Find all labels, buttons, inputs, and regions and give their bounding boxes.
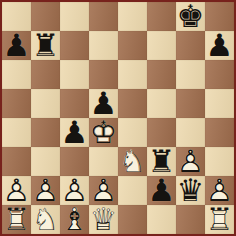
white-pawn-a2[interactable]: ♟♙ <box>2 176 31 205</box>
square-h1[interactable]: ♜♖ <box>205 205 234 234</box>
white-piece-fill-glyph: ♚ <box>89 118 118 147</box>
square-f6[interactable] <box>147 60 176 89</box>
square-h4[interactable] <box>205 118 234 147</box>
black-piece-glyph: ♟ <box>60 118 89 147</box>
black-pawn-a7[interactable]: ♟ <box>2 31 31 60</box>
square-a7[interactable]: ♟ <box>2 31 31 60</box>
square-e1[interactable] <box>118 205 147 234</box>
square-d6[interactable] <box>89 60 118 89</box>
white-piece-fill-glyph: ♞ <box>31 205 60 234</box>
white-pawn-c2[interactable]: ♟♙ <box>60 176 89 205</box>
white-piece-fill-glyph: ♜ <box>205 205 234 234</box>
white-piece-outline-glyph: ♗ <box>60 205 89 234</box>
square-a4[interactable] <box>2 118 31 147</box>
square-e7[interactable] <box>118 31 147 60</box>
square-h8[interactable] <box>205 2 234 31</box>
square-h2[interactable]: ♟♙ <box>205 176 234 205</box>
square-a2[interactable]: ♟♙ <box>2 176 31 205</box>
square-b5[interactable] <box>31 89 60 118</box>
white-piece-fill-glyph: ♟ <box>89 176 118 205</box>
white-pawn-h2[interactable]: ♟♙ <box>205 176 234 205</box>
square-g2[interactable]: ♛ <box>176 176 205 205</box>
square-d8[interactable] <box>89 2 118 31</box>
chess-board: ♚♟♜♟♟♟♚♔♞♘♜♟♙♟♙♟♙♟♙♟♙♟♛♟♙♜♖♞♘♝♗♛♕♜♖ <box>0 0 236 236</box>
square-g3[interactable]: ♟♙ <box>176 147 205 176</box>
square-f4[interactable] <box>147 118 176 147</box>
white-piece-outline-glyph: ♖ <box>205 205 234 234</box>
square-b4[interactable] <box>31 118 60 147</box>
square-e2[interactable] <box>118 176 147 205</box>
square-c6[interactable] <box>60 60 89 89</box>
white-piece-fill-glyph: ♟ <box>205 176 234 205</box>
black-pawn-h7[interactable]: ♟ <box>205 31 234 60</box>
square-b8[interactable] <box>31 2 60 31</box>
square-g5[interactable] <box>176 89 205 118</box>
square-b1[interactable]: ♞♘ <box>31 205 60 234</box>
white-piece-outline-glyph: ♙ <box>2 176 31 205</box>
white-knight-e3[interactable]: ♞♘ <box>118 147 147 176</box>
white-piece-outline-glyph: ♖ <box>2 205 31 234</box>
white-pawn-b2[interactable]: ♟♙ <box>31 176 60 205</box>
square-e5[interactable] <box>118 89 147 118</box>
square-e3[interactable]: ♞♘ <box>118 147 147 176</box>
square-f8[interactable] <box>147 2 176 31</box>
square-c8[interactable] <box>60 2 89 31</box>
square-h7[interactable]: ♟ <box>205 31 234 60</box>
white-piece-outline-glyph: ♙ <box>60 176 89 205</box>
white-bishop-c1[interactable]: ♝♗ <box>60 205 89 234</box>
white-pawn-g3[interactable]: ♟♙ <box>176 147 205 176</box>
square-c1[interactable]: ♝♗ <box>60 205 89 234</box>
black-rook-f3[interactable]: ♜ <box>147 147 176 176</box>
white-piece-fill-glyph: ♝ <box>60 205 89 234</box>
square-h5[interactable] <box>205 89 234 118</box>
square-c5[interactable] <box>60 89 89 118</box>
square-c7[interactable] <box>60 31 89 60</box>
white-pawn-d2[interactable]: ♟♙ <box>89 176 118 205</box>
black-piece-glyph: ♟ <box>2 31 31 60</box>
white-king-d4[interactable]: ♚♔ <box>89 118 118 147</box>
square-g4[interactable] <box>176 118 205 147</box>
black-piece-glyph: ♛ <box>176 176 205 205</box>
square-a5[interactable] <box>2 89 31 118</box>
square-d2[interactable]: ♟♙ <box>89 176 118 205</box>
square-c3[interactable] <box>60 147 89 176</box>
white-piece-fill-glyph: ♟ <box>176 147 205 176</box>
white-piece-fill-glyph: ♜ <box>2 205 31 234</box>
white-piece-outline-glyph: ♙ <box>31 176 60 205</box>
white-piece-outline-glyph: ♙ <box>176 147 205 176</box>
white-knight-b1[interactable]: ♞♘ <box>31 205 60 234</box>
square-g1[interactable] <box>176 205 205 234</box>
square-g6[interactable] <box>176 60 205 89</box>
black-queen-g2[interactable]: ♛ <box>176 176 205 205</box>
white-piece-outline-glyph: ♕ <box>89 205 118 234</box>
black-piece-glyph: ♚ <box>176 2 205 31</box>
square-c2[interactable]: ♟♙ <box>60 176 89 205</box>
square-b3[interactable] <box>31 147 60 176</box>
square-e4[interactable] <box>118 118 147 147</box>
square-e6[interactable] <box>118 60 147 89</box>
square-b2[interactable]: ♟♙ <box>31 176 60 205</box>
white-piece-outline-glyph: ♙ <box>89 176 118 205</box>
square-d5[interactable]: ♟ <box>89 89 118 118</box>
square-f5[interactable] <box>147 89 176 118</box>
black-rook-b7[interactable]: ♜ <box>31 31 60 60</box>
square-d3[interactable] <box>89 147 118 176</box>
square-h3[interactable] <box>205 147 234 176</box>
black-piece-glyph: ♟ <box>89 89 118 118</box>
white-rook-h1[interactable]: ♜♖ <box>205 205 234 234</box>
black-piece-glyph: ♟ <box>147 176 176 205</box>
square-g8[interactable]: ♚ <box>176 2 205 31</box>
white-rook-a1[interactable]: ♜♖ <box>2 205 31 234</box>
square-b6[interactable] <box>31 60 60 89</box>
white-piece-outline-glyph: ♘ <box>118 147 147 176</box>
chessboard-diagram: ♚♟♜♟♟♟♚♔♞♘♜♟♙♟♙♟♙♟♙♟♙♟♛♟♙♜♖♞♘♝♗♛♕♜♖ <box>0 0 236 236</box>
white-piece-fill-glyph: ♟ <box>31 176 60 205</box>
square-e8[interactable] <box>118 2 147 31</box>
black-pawn-f2[interactable]: ♟ <box>147 176 176 205</box>
black-pawn-c4[interactable]: ♟ <box>60 118 89 147</box>
square-h6[interactable] <box>205 60 234 89</box>
square-g7[interactable] <box>176 31 205 60</box>
square-f7[interactable] <box>147 31 176 60</box>
white-piece-fill-glyph: ♞ <box>118 147 147 176</box>
black-piece-glyph: ♜ <box>31 31 60 60</box>
square-d1[interactable]: ♛♕ <box>89 205 118 234</box>
square-b7[interactable]: ♜ <box>31 31 60 60</box>
white-piece-outline-glyph: ♙ <box>205 176 234 205</box>
white-piece-fill-glyph: ♛ <box>89 205 118 234</box>
black-pawn-d5[interactable]: ♟ <box>89 89 118 118</box>
white-piece-fill-glyph: ♟ <box>60 176 89 205</box>
square-f1[interactable] <box>147 205 176 234</box>
square-d4[interactable]: ♚♔ <box>89 118 118 147</box>
square-a6[interactable] <box>2 60 31 89</box>
square-a8[interactable] <box>2 2 31 31</box>
black-piece-glyph: ♟ <box>205 31 234 60</box>
square-c4[interactable]: ♟ <box>60 118 89 147</box>
white-piece-fill-glyph: ♟ <box>2 176 31 205</box>
square-a3[interactable] <box>2 147 31 176</box>
black-king-g8[interactable]: ♚ <box>176 2 205 31</box>
black-piece-glyph: ♜ <box>147 147 176 176</box>
white-piece-outline-glyph: ♔ <box>89 118 118 147</box>
white-queen-d1[interactable]: ♛♕ <box>89 205 118 234</box>
square-d7[interactable] <box>89 31 118 60</box>
white-piece-outline-glyph: ♘ <box>31 205 60 234</box>
square-a1[interactable]: ♜♖ <box>2 205 31 234</box>
square-f2[interactable]: ♟ <box>147 176 176 205</box>
square-f3[interactable]: ♜ <box>147 147 176 176</box>
